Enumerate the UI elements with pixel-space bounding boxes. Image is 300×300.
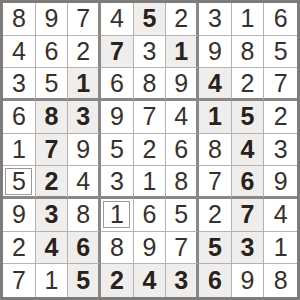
cell-r2c5[interactable]: 3	[134, 36, 167, 69]
cell-r8c5[interactable]: 9	[134, 232, 167, 265]
digit: 5	[241, 104, 255, 129]
digit: 3	[208, 6, 222, 31]
boxed-digit-frame: 1	[103, 201, 130, 228]
cell-r1c1[interactable]: 8	[3, 3, 36, 36]
digit: 7	[208, 169, 222, 194]
cell-r6c8[interactable]: 6	[232, 166, 265, 199]
digit: 6	[12, 104, 26, 129]
digit: 2	[76, 39, 90, 64]
digit: 9	[174, 71, 188, 96]
cell-r7c4[interactable]: 1	[101, 199, 134, 232]
cell-r9c4[interactable]: 2	[101, 264, 134, 297]
cell-r5c3[interactable]: 9	[68, 134, 101, 167]
cell-r1c9[interactable]: 6	[264, 3, 297, 36]
digit: 1	[174, 39, 188, 64]
digit: 4	[45, 235, 59, 260]
cell-r4c7[interactable]: 1	[199, 101, 232, 134]
cell-r7c3[interactable]: 8	[68, 199, 101, 232]
cell-r7c5[interactable]: 6	[134, 199, 167, 232]
digit: 3	[274, 137, 288, 162]
cell-r7c7[interactable]: 2	[199, 199, 232, 232]
digit: 9	[208, 39, 222, 64]
digit: 6	[241, 169, 255, 194]
cell-r5c2[interactable]: 7	[36, 134, 69, 167]
digit: 4	[241, 137, 255, 162]
cell-r6c5[interactable]: 1	[134, 166, 167, 199]
cell-r4c1[interactable]: 6	[3, 101, 36, 134]
digit: 1	[12, 137, 26, 162]
cell-r1c2[interactable]: 9	[36, 3, 69, 36]
cell-r1c6[interactable]: 2	[166, 3, 199, 36]
digit: 5	[143, 6, 157, 31]
digit: 4	[208, 71, 222, 96]
cell-r5c8[interactable]: 4	[232, 134, 265, 167]
cell-r8c4[interactable]: 8	[101, 232, 134, 265]
cell-r2c4[interactable]: 7	[101, 36, 134, 69]
boxed-digit-frame: 5	[5, 168, 32, 195]
digit: 9	[241, 268, 255, 293]
digit: 6	[45, 39, 59, 64]
digit: 6	[76, 235, 90, 260]
cell-r1c4[interactable]: 4	[101, 3, 134, 36]
cell-r3c9[interactable]: 7	[264, 68, 297, 101]
cell-r6c9[interactable]: 9	[264, 166, 297, 199]
digit: 6	[174, 137, 188, 162]
digit: 1	[76, 71, 90, 96]
digit: 8	[143, 71, 157, 96]
cell-r6c6[interactable]: 8	[166, 166, 199, 199]
digit: 3	[12, 71, 26, 96]
digit: 7	[274, 71, 288, 96]
digit: 8	[45, 104, 59, 129]
digit: 7	[76, 6, 90, 31]
digit: 6	[110, 71, 124, 96]
cell-r4c8[interactable]: 5	[232, 101, 265, 134]
cell-r6c3[interactable]: 4	[68, 166, 101, 199]
cell-r1c8[interactable]: 1	[232, 3, 265, 36]
digit: 6	[274, 6, 288, 31]
cell-r3c3[interactable]: 1	[68, 68, 101, 101]
cell-r6c2[interactable]: 2	[36, 166, 69, 199]
digit: 2	[274, 104, 288, 129]
digit: 2	[241, 71, 255, 96]
digit: 8	[12, 6, 26, 31]
sudoku-board: 8974523164627319853516894276839741521795…	[0, 0, 300, 300]
cell-r1c3[interactable]: 7	[68, 3, 101, 36]
digit: 5	[274, 39, 288, 64]
digit: 8	[76, 202, 90, 227]
digit: 2	[12, 235, 26, 260]
cell-r4c4[interactable]: 9	[101, 101, 134, 134]
digit: 5	[110, 137, 124, 162]
cell-r4c3[interactable]: 3	[68, 101, 101, 134]
digit: 1	[241, 6, 255, 31]
digit: 3	[76, 104, 90, 129]
cell-r2c8[interactable]: 8	[232, 36, 265, 69]
digit: 1	[143, 169, 157, 194]
cell-r9c5[interactable]: 4	[134, 264, 167, 297]
digit: 7	[110, 39, 124, 64]
digit: 1	[45, 268, 59, 293]
cell-r2c6[interactable]: 1	[166, 36, 199, 69]
digit: 8	[274, 268, 288, 293]
digit: 5	[76, 268, 90, 293]
cell-r6c1[interactable]: 5	[3, 166, 36, 199]
digit: 7	[45, 137, 59, 162]
cell-r9c8[interactable]: 9	[232, 264, 265, 297]
digit: 2	[143, 137, 157, 162]
digit: 9	[45, 6, 59, 31]
cell-r5c1[interactable]: 1	[3, 134, 36, 167]
cell-r2c2[interactable]: 6	[36, 36, 69, 69]
digit: 7	[174, 235, 188, 260]
cell-r3c7[interactable]: 4	[199, 68, 232, 101]
cell-r3c1[interactable]: 3	[3, 68, 36, 101]
cell-r7c1[interactable]: 9	[3, 199, 36, 232]
digit: 2	[45, 169, 59, 194]
digit: 1	[274, 235, 288, 260]
cell-r1c7[interactable]: 3	[199, 3, 232, 36]
cell-r4c5[interactable]: 7	[134, 101, 167, 134]
cell-r2c9[interactable]: 5	[264, 36, 297, 69]
cell-r8c6[interactable]: 7	[166, 232, 199, 265]
cell-r6c7[interactable]: 7	[199, 166, 232, 199]
digit: 3	[174, 268, 188, 293]
digit: 9	[110, 104, 124, 129]
digit: 4	[110, 6, 124, 31]
cell-r7c6[interactable]: 5	[166, 199, 199, 232]
digit: 4	[174, 104, 188, 129]
digit: 4	[274, 202, 288, 227]
digit: 7	[143, 104, 157, 129]
cell-r9c1[interactable]: 7	[3, 264, 36, 297]
digit: 8	[208, 137, 222, 162]
digit: 5	[208, 235, 222, 260]
cell-r2c7[interactable]: 9	[199, 36, 232, 69]
digit: 5	[174, 202, 188, 227]
cell-r4c2[interactable]: 8	[36, 101, 69, 134]
cell-r5c6[interactable]: 6	[166, 134, 199, 167]
cell-r2c1[interactable]: 4	[3, 36, 36, 69]
cell-r4c9[interactable]: 2	[264, 101, 297, 134]
cell-r5c9[interactable]: 3	[264, 134, 297, 167]
digit: 9	[274, 169, 288, 194]
digit: 4	[76, 169, 90, 194]
cell-r3c6[interactable]: 9	[166, 68, 199, 101]
digit: 6	[143, 202, 157, 227]
digit: 8	[174, 169, 188, 194]
digit: 6	[208, 268, 222, 293]
digit: 5	[12, 169, 26, 194]
digit: 9	[76, 137, 90, 162]
cell-r9c3[interactable]: 5	[68, 264, 101, 297]
digit: 8	[110, 235, 124, 260]
cell-r8c1[interactable]: 2	[3, 232, 36, 265]
digit: 3	[143, 39, 157, 64]
cell-r9c9[interactable]: 8	[264, 264, 297, 297]
digit: 2	[208, 202, 222, 227]
digit: 2	[174, 6, 188, 31]
cell-r4c6[interactable]: 4	[166, 101, 199, 134]
cell-r3c4[interactable]: 6	[101, 68, 134, 101]
digit: 7	[241, 202, 255, 227]
cell-r6c4[interactable]: 3	[101, 166, 134, 199]
digit: 3	[241, 235, 255, 260]
cell-r5c7[interactable]: 8	[199, 134, 232, 167]
cell-r9c2[interactable]: 1	[36, 264, 69, 297]
cell-r5c5[interactable]: 2	[134, 134, 167, 167]
digit: 9	[12, 202, 26, 227]
cell-r1c5[interactable]: 5	[134, 3, 167, 36]
cell-r5c4[interactable]: 5	[101, 134, 134, 167]
cell-r7c8[interactable]: 7	[232, 199, 265, 232]
cell-r3c5[interactable]: 8	[134, 68, 167, 101]
digit: 3	[110, 169, 124, 194]
digit: 5	[45, 71, 59, 96]
cell-r3c2[interactable]: 5	[36, 68, 69, 101]
digit: 7	[12, 268, 26, 293]
digit: 2	[110, 268, 124, 293]
digit: 8	[241, 39, 255, 64]
cell-r9c7[interactable]: 6	[199, 264, 232, 297]
cell-r8c7[interactable]: 5	[199, 232, 232, 265]
cell-r7c2[interactable]: 3	[36, 199, 69, 232]
cell-r9c6[interactable]: 3	[166, 264, 199, 297]
cell-r8c8[interactable]: 3	[232, 232, 265, 265]
digit: 4	[12, 39, 26, 64]
digit: 4	[143, 268, 157, 293]
digit: 1	[208, 104, 222, 129]
cell-r3c8[interactable]: 2	[232, 68, 265, 101]
cell-r7c9[interactable]: 4	[264, 199, 297, 232]
digit: 1	[110, 202, 124, 227]
cell-r8c2[interactable]: 4	[36, 232, 69, 265]
cell-r2c3[interactable]: 2	[68, 36, 101, 69]
digit: 9	[143, 235, 157, 260]
cell-r8c3[interactable]: 6	[68, 232, 101, 265]
cell-r8c9[interactable]: 1	[264, 232, 297, 265]
digit: 3	[45, 202, 59, 227]
